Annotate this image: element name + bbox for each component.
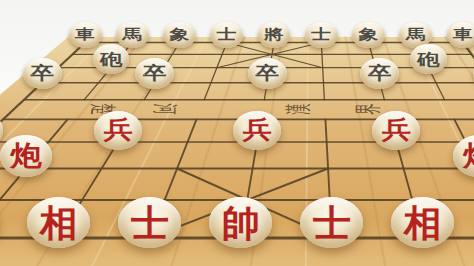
piece-glyph: 相 [404,204,442,241]
piece-black-cannon[interactable]: 砲 [410,44,447,73]
piece-red-general[interactable]: 帥 [209,197,272,248]
piece-red-cannon[interactable]: 炮 [0,135,52,177]
piece-glyph: 馬 [122,28,142,42]
piece-red-elephant[interactable]: 相 [27,197,90,248]
piece-black-horse[interactable]: 馬 [116,22,149,48]
piece-glyph: 卒 [30,64,54,82]
piece-red-soldier[interactable]: 兵 [233,111,281,150]
piece-glyph: 砲 [100,51,122,67]
piece-glyph: 將 [264,28,284,42]
piece-glyph: 士 [311,28,331,42]
piece-red-advisor[interactable]: 士 [118,197,181,248]
piece-red-advisor[interactable]: 士 [300,197,363,248]
piece-glyph: 車 [75,28,95,42]
piece-black-cannon[interactable]: 砲 [93,44,130,73]
piece-glyph: 砲 [417,51,439,67]
piece-glyph: 卒 [143,64,167,82]
piece-glyph: 士 [217,28,237,42]
piece-glyph: 車 [453,28,473,42]
piece-red-soldier[interactable]: 兵 [372,111,420,150]
piece-black-advisor[interactable]: 士 [305,22,338,48]
piece-glyph: 相 [40,204,78,241]
piece-black-chariot[interactable]: 車 [69,22,102,48]
river-inscription: 界 [353,104,384,115]
piece-glyph: 士 [313,204,351,241]
piece-black-elephant[interactable]: 象 [352,22,385,48]
piece-black-advisor[interactable]: 士 [210,22,243,48]
piece-glyph: 士 [131,204,169,241]
piece-black-soldier[interactable]: 卒 [135,58,174,89]
piece-glyph: 炮 [463,142,474,170]
piece-glyph: 馬 [406,28,426,42]
photo-scene: 楚河漢界 車馬象士將士象馬車砲砲卒卒卒卒卒兵兵兵兵兵炮炮車馬相士帥士相馬車 [0,0,474,266]
piece-black-general[interactable]: 將 [258,22,291,48]
piece-glyph: 卒 [368,64,392,82]
piece-black-soldier[interactable]: 卒 [248,58,287,89]
piece-glyph: 炮 [10,142,42,170]
piece-glyph: 帥 [222,204,260,241]
piece-red-soldier[interactable]: 兵 [94,111,142,150]
piece-black-soldier[interactable]: 卒 [23,58,62,89]
river-inscription: 漢 [282,104,313,115]
piece-glyph: 象 [359,28,379,42]
river-inscription: 河 [150,104,181,115]
piece-glyph: 兵 [382,118,411,142]
piece-glyph: 兵 [243,118,272,142]
piece-black-soldier[interactable]: 卒 [360,58,399,89]
piece-glyph: 象 [170,28,190,42]
piece-black-elephant[interactable]: 象 [163,22,196,48]
piece-glyph: 兵 [103,118,132,142]
piece-glyph: 卒 [255,64,279,82]
piece-black-chariot[interactable]: 車 [447,22,474,48]
